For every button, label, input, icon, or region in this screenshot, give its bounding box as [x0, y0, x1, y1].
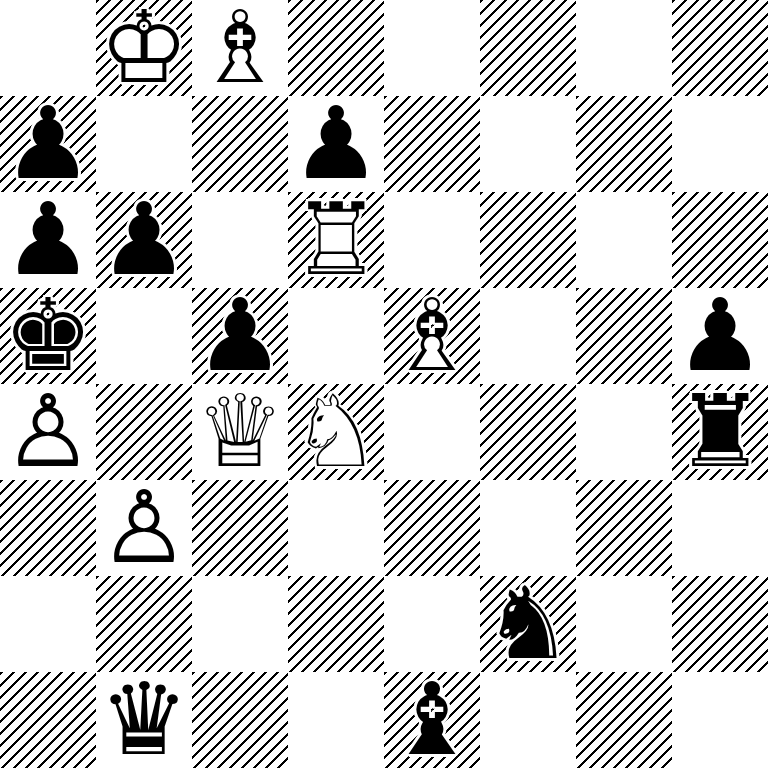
white-bishop-icon: ♗	[387, 288, 477, 384]
square-d3[interactable]	[288, 480, 384, 576]
square-h1[interactable]	[672, 672, 768, 768]
black-queen-icon: ♛	[99, 672, 189, 768]
square-h4[interactable]: ♜♜	[672, 384, 768, 480]
square-h2[interactable]	[672, 576, 768, 672]
square-c5[interactable]: ♟♟	[192, 288, 288, 384]
square-g8[interactable]	[576, 0, 672, 96]
square-d8[interactable]	[288, 0, 384, 96]
piece-white-bishop[interactable]: ♝♗	[384, 288, 480, 384]
black-pawn-icon: ♟	[675, 288, 765, 384]
black-pawn-icon: ♟	[3, 192, 93, 288]
square-d5[interactable]	[288, 288, 384, 384]
white-bishop-icon: ♗	[195, 0, 285, 96]
white-king-icon: ♔	[99, 0, 189, 96]
black-pawn-icon: ♟	[3, 96, 93, 192]
chess-board: ♚♔♝♗♟♟♟♟♟♟♟♟♜♖♚♚♟♟♝♗♟♟♟♙♛♕♞♘♜♜♟♙♞♞♛♛♝♝	[0, 0, 768, 768]
piece-black-pawn[interactable]: ♟♟	[0, 192, 96, 288]
square-b6[interactable]: ♟♟	[96, 192, 192, 288]
square-a5[interactable]: ♚♚	[0, 288, 96, 384]
square-e8[interactable]	[384, 0, 480, 96]
piece-black-knight[interactable]: ♞♞	[480, 576, 576, 672]
square-c4[interactable]: ♛♕	[192, 384, 288, 480]
white-pawn-icon: ♙	[3, 384, 93, 480]
square-h7[interactable]	[672, 96, 768, 192]
square-b1[interactable]: ♛♛	[96, 672, 192, 768]
square-c2[interactable]	[192, 576, 288, 672]
white-knight-icon: ♘	[291, 384, 381, 480]
square-g3[interactable]	[576, 480, 672, 576]
square-a3[interactable]	[0, 480, 96, 576]
square-g6[interactable]	[576, 192, 672, 288]
piece-white-pawn[interactable]: ♟♙	[96, 480, 192, 576]
white-queen-icon: ♕	[195, 384, 285, 480]
square-h6[interactable]	[672, 192, 768, 288]
square-f2[interactable]: ♞♞	[480, 576, 576, 672]
white-rook-icon: ♖	[291, 192, 381, 288]
square-a2[interactable]	[0, 576, 96, 672]
square-e1[interactable]: ♝♝	[384, 672, 480, 768]
square-f1[interactable]	[480, 672, 576, 768]
square-f4[interactable]	[480, 384, 576, 480]
square-d1[interactable]	[288, 672, 384, 768]
piece-black-bishop[interactable]: ♝♝	[384, 672, 480, 768]
square-b4[interactable]	[96, 384, 192, 480]
square-c7[interactable]	[192, 96, 288, 192]
piece-black-pawn[interactable]: ♟♟	[96, 192, 192, 288]
black-bishop-icon: ♝	[387, 672, 477, 768]
square-e2[interactable]	[384, 576, 480, 672]
square-c8[interactable]: ♝♗	[192, 0, 288, 96]
square-a6[interactable]: ♟♟	[0, 192, 96, 288]
square-a4[interactable]: ♟♙	[0, 384, 96, 480]
black-pawn-icon: ♟	[291, 96, 381, 192]
square-b8[interactable]: ♚♔	[96, 0, 192, 96]
square-e3[interactable]	[384, 480, 480, 576]
square-f3[interactable]	[480, 480, 576, 576]
piece-black-pawn[interactable]: ♟♟	[192, 288, 288, 384]
piece-black-queen[interactable]: ♛♛	[96, 672, 192, 768]
white-pawn-icon: ♙	[99, 480, 189, 576]
black-pawn-icon: ♟	[99, 192, 189, 288]
square-h8[interactable]	[672, 0, 768, 96]
square-g2[interactable]	[576, 576, 672, 672]
piece-black-pawn[interactable]: ♟♟	[672, 288, 768, 384]
square-f7[interactable]	[480, 96, 576, 192]
piece-black-pawn[interactable]: ♟♟	[288, 96, 384, 192]
square-e4[interactable]	[384, 384, 480, 480]
square-e7[interactable]	[384, 96, 480, 192]
black-pawn-icon: ♟	[195, 288, 285, 384]
square-c1[interactable]	[192, 672, 288, 768]
square-b7[interactable]	[96, 96, 192, 192]
piece-white-pawn[interactable]: ♟♙	[0, 384, 96, 480]
piece-black-pawn[interactable]: ♟♟	[0, 96, 96, 192]
piece-black-king[interactable]: ♚♚	[0, 288, 96, 384]
square-g4[interactable]	[576, 384, 672, 480]
square-a1[interactable]	[0, 672, 96, 768]
square-b5[interactable]	[96, 288, 192, 384]
square-d7[interactable]: ♟♟	[288, 96, 384, 192]
square-h5[interactable]: ♟♟	[672, 288, 768, 384]
piece-white-knight[interactable]: ♞♘	[288, 384, 384, 480]
square-d4[interactable]: ♞♘	[288, 384, 384, 480]
piece-black-rook[interactable]: ♜♜	[672, 384, 768, 480]
black-knight-icon: ♞	[483, 576, 573, 672]
black-rook-icon: ♜	[675, 384, 765, 480]
square-g1[interactable]	[576, 672, 672, 768]
square-g7[interactable]	[576, 96, 672, 192]
piece-white-bishop[interactable]: ♝♗	[192, 0, 288, 96]
square-g5[interactable]	[576, 288, 672, 384]
square-b2[interactable]	[96, 576, 192, 672]
square-c3[interactable]	[192, 480, 288, 576]
square-d6[interactable]: ♜♖	[288, 192, 384, 288]
square-f6[interactable]	[480, 192, 576, 288]
square-a8[interactable]	[0, 0, 96, 96]
piece-white-king[interactable]: ♚♔	[96, 0, 192, 96]
square-c6[interactable]	[192, 192, 288, 288]
black-king-icon: ♚	[3, 288, 93, 384]
square-f8[interactable]	[480, 0, 576, 96]
square-f5[interactable]	[480, 288, 576, 384]
square-e6[interactable]	[384, 192, 480, 288]
square-a7[interactable]: ♟♟	[0, 96, 96, 192]
square-b3[interactable]: ♟♙	[96, 480, 192, 576]
square-h3[interactable]	[672, 480, 768, 576]
square-d2[interactable]	[288, 576, 384, 672]
square-e5[interactable]: ♝♗	[384, 288, 480, 384]
piece-white-queen[interactable]: ♛♕	[192, 384, 288, 480]
piece-white-rook[interactable]: ♜♖	[288, 192, 384, 288]
